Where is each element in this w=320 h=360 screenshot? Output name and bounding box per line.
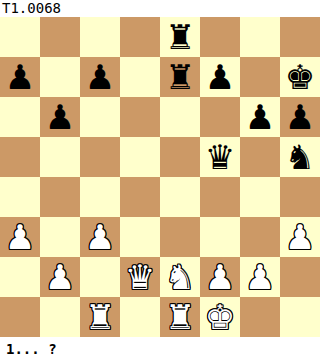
header-bar: T1.0068: [0, 0, 320, 17]
square-f8[interactable]: [200, 17, 240, 57]
square-f1[interactable]: ♚: [200, 297, 240, 337]
square-d1[interactable]: [120, 297, 160, 337]
move-prompt: 1... ?: [0, 337, 320, 357]
square-a1[interactable]: [0, 297, 40, 337]
piece-white-rook: ♜: [160, 297, 200, 337]
diagram-title: T1.0068: [0, 0, 320, 16]
piece-black-rook: ♜: [160, 17, 200, 57]
square-f5[interactable]: ♛: [200, 137, 240, 177]
square-c5[interactable]: [80, 137, 120, 177]
piece-white-king: ♚: [200, 297, 240, 337]
square-e4[interactable]: [160, 177, 200, 217]
square-f6[interactable]: [200, 97, 240, 137]
chess-board: ♜♟♟♜♟♚♟♟♟♛♞♟♟♟♟♛♞♟♟♜♜♚: [0, 17, 320, 337]
square-h3[interactable]: ♟: [280, 217, 320, 257]
square-b1[interactable]: [40, 297, 80, 337]
piece-black-queen: ♛: [200, 137, 240, 177]
piece-black-king: ♚: [280, 57, 320, 97]
square-h6[interactable]: ♟: [280, 97, 320, 137]
square-c6[interactable]: [80, 97, 120, 137]
piece-black-pawn: ♟: [240, 97, 280, 137]
piece-white-pawn: ♟: [280, 217, 320, 257]
square-b5[interactable]: [40, 137, 80, 177]
square-c7[interactable]: ♟: [80, 57, 120, 97]
square-h7[interactable]: ♚: [280, 57, 320, 97]
square-d5[interactable]: [120, 137, 160, 177]
square-f7[interactable]: ♟: [200, 57, 240, 97]
square-c1[interactable]: ♜: [80, 297, 120, 337]
piece-white-knight: ♞: [160, 257, 200, 297]
square-f4[interactable]: [200, 177, 240, 217]
square-e5[interactable]: [160, 137, 200, 177]
square-g2[interactable]: ♟: [240, 257, 280, 297]
square-d7[interactable]: [120, 57, 160, 97]
piece-black-pawn: ♟: [280, 97, 320, 137]
piece-black-pawn: ♟: [40, 97, 80, 137]
footer-bar: 1... ?: [0, 337, 320, 360]
piece-black-pawn: ♟: [200, 57, 240, 97]
square-c8[interactable]: [80, 17, 120, 57]
square-b3[interactable]: [40, 217, 80, 257]
square-h2[interactable]: [280, 257, 320, 297]
square-e3[interactable]: [160, 217, 200, 257]
piece-white-pawn: ♟: [0, 217, 40, 257]
square-g4[interactable]: [240, 177, 280, 217]
piece-white-rook: ♜: [80, 297, 120, 337]
square-f3[interactable]: [200, 217, 240, 257]
square-b4[interactable]: [40, 177, 80, 217]
square-e7[interactable]: ♜: [160, 57, 200, 97]
square-a2[interactable]: [0, 257, 40, 297]
square-d2[interactable]: ♛: [120, 257, 160, 297]
piece-black-pawn: ♟: [0, 57, 40, 97]
square-e2[interactable]: ♞: [160, 257, 200, 297]
piece-white-pawn: ♟: [200, 257, 240, 297]
square-g3[interactable]: [240, 217, 280, 257]
piece-black-pawn: ♟: [80, 57, 120, 97]
square-a6[interactable]: [0, 97, 40, 137]
square-b2[interactable]: ♟: [40, 257, 80, 297]
square-b8[interactable]: [40, 17, 80, 57]
square-a5[interactable]: [0, 137, 40, 177]
square-g1[interactable]: [240, 297, 280, 337]
square-b6[interactable]: ♟: [40, 97, 80, 137]
square-a7[interactable]: ♟: [0, 57, 40, 97]
square-h8[interactable]: [280, 17, 320, 57]
square-h4[interactable]: [280, 177, 320, 217]
piece-black-rook: ♜: [160, 57, 200, 97]
square-d4[interactable]: [120, 177, 160, 217]
square-e6[interactable]: [160, 97, 200, 137]
square-d8[interactable]: [120, 17, 160, 57]
square-c3[interactable]: ♟: [80, 217, 120, 257]
square-g7[interactable]: [240, 57, 280, 97]
square-e1[interactable]: ♜: [160, 297, 200, 337]
square-e8[interactable]: ♜: [160, 17, 200, 57]
square-g8[interactable]: [240, 17, 280, 57]
square-a8[interactable]: [0, 17, 40, 57]
square-g6[interactable]: ♟: [240, 97, 280, 137]
square-c4[interactable]: [80, 177, 120, 217]
piece-black-knight: ♞: [280, 137, 320, 177]
square-h5[interactable]: ♞: [280, 137, 320, 177]
piece-white-queen: ♛: [120, 257, 160, 297]
square-a3[interactable]: ♟: [0, 217, 40, 257]
square-h1[interactable]: [280, 297, 320, 337]
square-d6[interactable]: [120, 97, 160, 137]
piece-white-pawn: ♟: [40, 257, 80, 297]
square-a4[interactable]: [0, 177, 40, 217]
piece-white-pawn: ♟: [80, 217, 120, 257]
square-b7[interactable]: [40, 57, 80, 97]
square-f2[interactable]: ♟: [200, 257, 240, 297]
square-d3[interactable]: [120, 217, 160, 257]
piece-white-pawn: ♟: [240, 257, 280, 297]
square-g5[interactable]: [240, 137, 280, 177]
square-c2[interactable]: [80, 257, 120, 297]
